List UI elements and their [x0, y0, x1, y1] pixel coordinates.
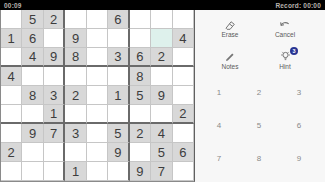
cell-r3c4[interactable]: 8 [65, 48, 86, 67]
numpad-key-7[interactable]: 7 [199, 142, 239, 175]
cell-r8c5[interactable] [87, 143, 108, 162]
numpad-key-6[interactable]: 6 [279, 109, 319, 142]
cell-r2c5[interactable] [87, 29, 108, 48]
cell-r1c8[interactable] [151, 10, 172, 29]
cell-r4c1[interactable]: 4 [1, 67, 22, 86]
cell-r2c4[interactable]: 9 [65, 29, 86, 48]
hint-count-badge: 3 [290, 47, 298, 55]
cell-r6c6[interactable] [108, 105, 129, 124]
cell-r8c3[interactable] [44, 143, 65, 162]
cell-r9c3[interactable] [44, 162, 65, 181]
notes-label: Notes [202, 63, 258, 70]
lightbulb-icon [257, 49, 313, 62]
cancel-label: Cancel [257, 31, 313, 38]
cell-r8c1[interactable]: 2 [1, 143, 22, 162]
cell-r2c7[interactable] [130, 29, 151, 48]
cell-r9c7[interactable]: 9 [130, 162, 151, 181]
elapsed-timer: 00:09 [4, 2, 22, 9]
cell-r6c3[interactable]: 1 [44, 105, 65, 124]
cell-r1c5[interactable] [87, 10, 108, 29]
cell-r4c3[interactable] [44, 67, 65, 86]
cell-r3c6[interactable]: 3 [108, 48, 129, 67]
cell-r6c2[interactable] [22, 105, 43, 124]
cell-r6c1[interactable] [1, 105, 22, 124]
cell-r5c5[interactable] [87, 86, 108, 105]
cell-r4c7[interactable]: 8 [130, 67, 151, 86]
cell-r4c6[interactable] [108, 67, 129, 86]
cell-r3c7[interactable]: 6 [130, 48, 151, 67]
cell-r5c7[interactable]: 5 [130, 86, 151, 105]
cell-r6c7[interactable] [130, 105, 151, 124]
cell-r4c2[interactable] [22, 67, 43, 86]
cell-r3c2[interactable]: 4 [22, 48, 43, 67]
cell-r3c9[interactable] [173, 48, 194, 67]
sudoku-app-screen: 00:09 Record: 00:00 52616944983624883215… [0, 0, 325, 182]
cell-r8c9[interactable]: 6 [173, 143, 194, 162]
cell-r4c8[interactable] [151, 67, 172, 86]
cell-r5c1[interactable] [1, 86, 22, 105]
cell-r1c4[interactable] [65, 10, 86, 29]
erase-label: Erase [202, 31, 258, 38]
cell-r7c2[interactable]: 9 [22, 124, 43, 143]
cell-r9c1[interactable] [1, 162, 22, 181]
cell-r7c5[interactable] [87, 124, 108, 143]
cell-r9c2[interactable] [22, 162, 43, 181]
cell-r5c9[interactable] [173, 86, 194, 105]
cell-r9c6[interactable] [108, 162, 129, 181]
pencil-icon [202, 49, 258, 62]
cell-r5c2[interactable]: 8 [22, 86, 43, 105]
cell-r5c4[interactable]: 2 [65, 86, 86, 105]
numpad-key-8[interactable]: 8 [239, 142, 279, 175]
numpad-key-3[interactable]: 3 [279, 76, 319, 109]
cell-r1c9[interactable] [173, 10, 194, 29]
notes-button[interactable]: Notes [202, 49, 258, 75]
cell-r3c1[interactable] [1, 48, 22, 67]
hint-button[interactable]: 3 Hint [257, 49, 313, 75]
numpad-key-2[interactable]: 2 [239, 76, 279, 109]
cell-r3c3[interactable]: 9 [44, 48, 65, 67]
cell-r7c1[interactable] [1, 124, 22, 143]
numpad-key-1[interactable]: 1 [199, 76, 239, 109]
undo-icon [257, 17, 313, 30]
cell-r9c4[interactable]: 1 [65, 162, 86, 181]
cell-r2c6[interactable] [108, 29, 129, 48]
cell-r7c7[interactable]: 2 [130, 124, 151, 143]
cell-r4c9[interactable] [173, 67, 194, 86]
cell-r9c9[interactable] [173, 162, 194, 181]
cell-r8c8[interactable]: 5 [151, 143, 172, 162]
cell-r2c2[interactable]: 6 [22, 29, 43, 48]
record-time: Record: 00:00 [275, 2, 321, 9]
cell-r1c1[interactable] [1, 10, 22, 29]
hint-label: Hint [257, 63, 313, 70]
cell-r3c5[interactable] [87, 48, 108, 67]
numpad-key-9[interactable]: 9 [279, 142, 319, 175]
cell-r3c8[interactable]: 2 [151, 48, 172, 67]
cell-r6c8[interactable] [151, 105, 172, 124]
cell-r2c9[interactable]: 4 [173, 29, 194, 48]
status-bar: 00:09 Record: 00:00 [0, 0, 325, 10]
cell-r8c4[interactable] [65, 143, 86, 162]
cell-r9c5[interactable] [87, 162, 108, 181]
cell-r2c3[interactable] [44, 29, 65, 48]
cell-r2c8[interactable] [151, 29, 172, 48]
cell-r7c8[interactable]: 4 [151, 124, 172, 143]
cell-r8c7[interactable] [130, 143, 151, 162]
cell-r5c3[interactable]: 3 [44, 86, 65, 105]
cancel-button[interactable]: Cancel [257, 17, 313, 43]
cell-r6c9[interactable]: 2 [173, 105, 194, 124]
cell-r1c7[interactable] [130, 10, 151, 29]
eraser-icon [202, 17, 258, 30]
cell-r1c6[interactable]: 6 [108, 10, 129, 29]
cell-r2c1[interactable]: 1 [1, 29, 22, 48]
cell-r4c5[interactable] [87, 67, 108, 86]
cell-r8c6[interactable]: 9 [108, 143, 129, 162]
cell-r7c4[interactable]: 3 [65, 124, 86, 143]
cell-r6c5[interactable] [87, 105, 108, 124]
number-pad: 123456789 [199, 76, 319, 175]
cell-r9c8[interactable]: 7 [151, 162, 172, 181]
erase-button[interactable]: Erase [202, 17, 258, 43]
cell-r4c4[interactable] [65, 67, 86, 86]
sudoku-board: 526169449836248832159129735242956197 [0, 10, 195, 182]
numpad-key-4[interactable]: 4 [199, 109, 239, 142]
cell-r5c8[interactable]: 9 [151, 86, 172, 105]
cell-r5c6[interactable]: 1 [108, 86, 129, 105]
cell-r7c6[interactable]: 5 [108, 124, 129, 143]
numpad-key-5[interactable]: 5 [239, 109, 279, 142]
cell-r8c2[interactable] [22, 143, 43, 162]
cell-r1c3[interactable]: 2 [44, 10, 65, 29]
cell-r6c4[interactable] [65, 105, 86, 124]
cell-r7c3[interactable]: 7 [44, 124, 65, 143]
cell-r1c2[interactable]: 5 [22, 10, 43, 29]
cell-r7c9[interactable] [173, 124, 194, 143]
